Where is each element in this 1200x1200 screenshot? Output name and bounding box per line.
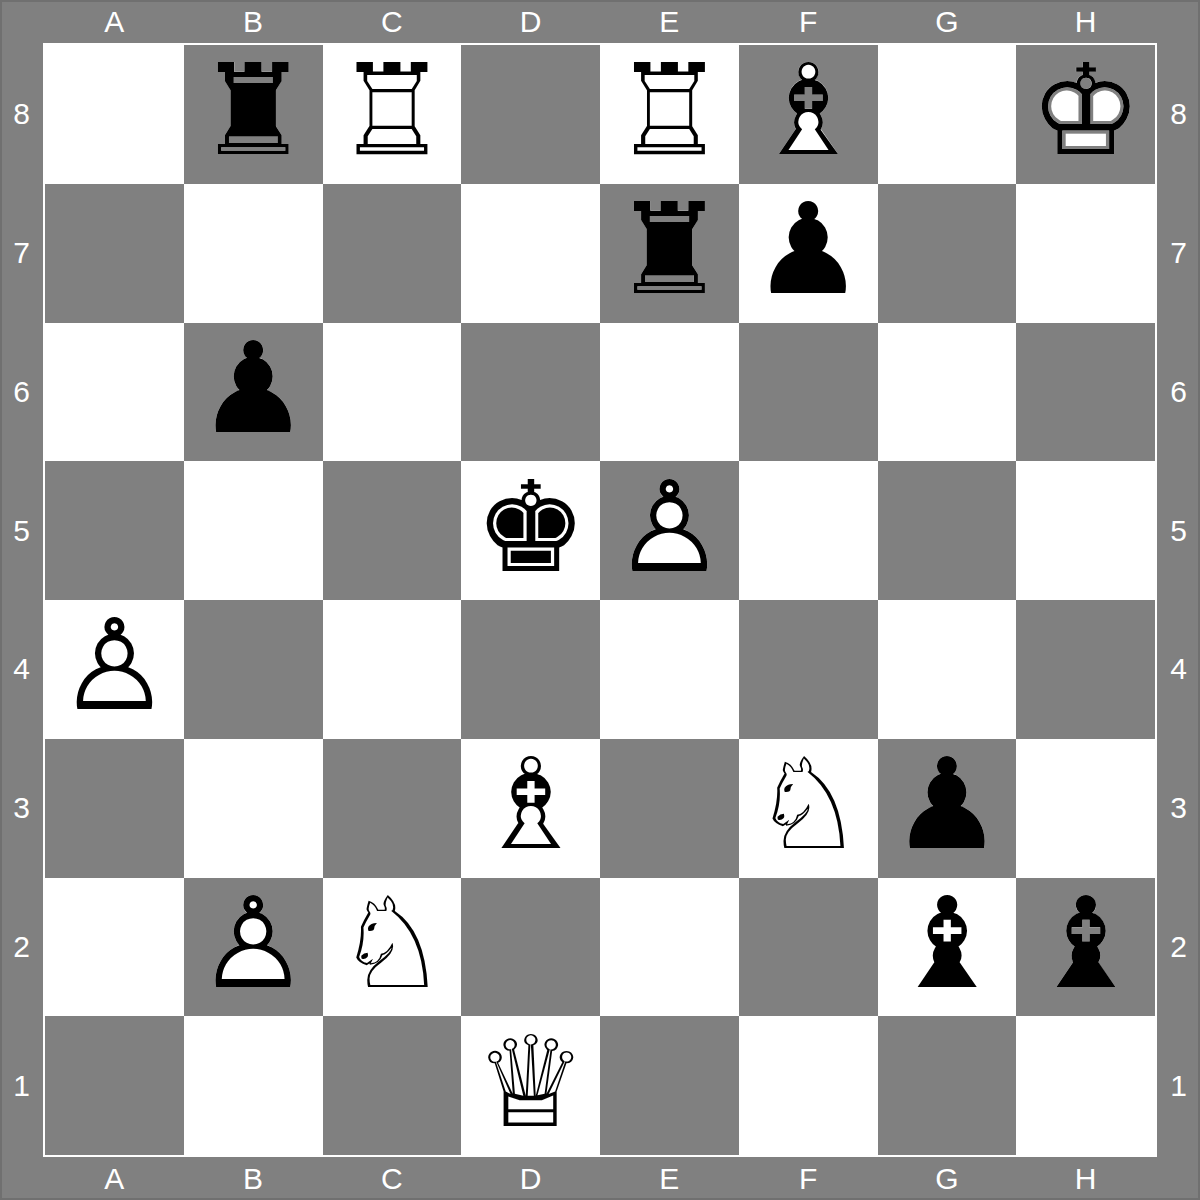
piece-outline-layer: ♖ — [600, 45, 739, 184]
piece-outline-layer: ♔ — [1016, 45, 1155, 184]
square-d8[interactable] — [461, 45, 600, 184]
piece-white-rook[interactable]: ♜♖ — [323, 45, 462, 184]
piece-white-pawn[interactable]: ♟♙ — [45, 600, 184, 739]
square-f7[interactable]: ♙♟ — [739, 184, 878, 323]
rank-labels-right: 87654321 — [1157, 45, 1200, 1155]
piece-white-knight[interactable]: ♞♘ — [323, 878, 462, 1017]
square-e8[interactable]: ♜♖ — [600, 45, 739, 184]
file-label-c: C — [323, 1157, 462, 1200]
square-g3[interactable]: ♙♟ — [878, 739, 1017, 878]
file-label-a: A — [45, 1157, 184, 1200]
piece-black-bishop[interactable]: ♗♝ — [878, 878, 1017, 1017]
square-b1[interactable] — [184, 1016, 323, 1155]
square-a3[interactable] — [45, 739, 184, 878]
square-d2[interactable] — [461, 878, 600, 1017]
square-d4[interactable] — [461, 600, 600, 739]
piece-outline-layer: ♗ — [739, 45, 878, 184]
square-b2[interactable]: ♟♙ — [184, 878, 323, 1017]
rank-label-6: 6 — [0, 323, 43, 462]
rank-label-8: 8 — [0, 45, 43, 184]
square-h7[interactable] — [1016, 184, 1155, 323]
square-c7[interactable] — [323, 184, 462, 323]
piece-outline-layer: ♜ — [600, 184, 739, 323]
square-a2[interactable] — [45, 878, 184, 1017]
square-d1[interactable]: ♛♕ — [461, 1016, 600, 1155]
piece-outline-layer: ♘ — [323, 878, 462, 1017]
piece-outline-layer: ♟ — [878, 739, 1017, 878]
piece-black-pawn[interactable]: ♙♟ — [184, 323, 323, 462]
piece-outline-layer: ♝ — [878, 878, 1017, 1017]
square-f4[interactable] — [739, 600, 878, 739]
file-label-a: A — [45, 0, 184, 43]
square-b3[interactable] — [184, 739, 323, 878]
square-e5[interactable]: ♟♙ — [600, 461, 739, 600]
rank-label-7: 7 — [1157, 184, 1200, 323]
square-e7[interactable]: ♖♜ — [600, 184, 739, 323]
file-label-b: B — [184, 1157, 323, 1200]
chessboard: ♖♜♜♖♜♖♝♗♚♔♖♜♙♟♙♟♔♚♟♙♟♙♝♗♞♘♙♟♟♙♞♘♗♝♗♝♛♕ — [43, 43, 1157, 1157]
piece-black-bishop[interactable]: ♗♝ — [1016, 878, 1155, 1017]
square-c5[interactable] — [323, 461, 462, 600]
square-b5[interactable] — [184, 461, 323, 600]
square-g4[interactable] — [878, 600, 1017, 739]
piece-white-knight[interactable]: ♞♘ — [739, 739, 878, 878]
piece-white-pawn[interactable]: ♟♙ — [184, 878, 323, 1017]
rank-label-2: 2 — [0, 878, 43, 1017]
square-d7[interactable] — [461, 184, 600, 323]
square-a4[interactable]: ♟♙ — [45, 600, 184, 739]
file-label-e: E — [600, 1157, 739, 1200]
piece-outline-layer: ♟ — [184, 323, 323, 462]
rank-label-4: 4 — [1157, 600, 1200, 739]
square-f8[interactable]: ♝♗ — [739, 45, 878, 184]
file-label-d: D — [461, 0, 600, 43]
square-f2[interactable] — [739, 878, 878, 1017]
piece-outline-layer: ♙ — [45, 600, 184, 739]
square-b6[interactable]: ♙♟ — [184, 323, 323, 462]
square-b7[interactable] — [184, 184, 323, 323]
file-label-d: D — [461, 1157, 600, 1200]
rank-label-3: 3 — [1157, 739, 1200, 878]
square-a1[interactable] — [45, 1016, 184, 1155]
square-h6[interactable] — [1016, 323, 1155, 462]
square-h1[interactable] — [1016, 1016, 1155, 1155]
square-f6[interactable] — [739, 323, 878, 462]
piece-white-bishop[interactable]: ♝♗ — [739, 45, 878, 184]
piece-outline-layer: ♙ — [600, 461, 739, 600]
square-d3[interactable]: ♝♗ — [461, 739, 600, 878]
piece-outline-layer: ♝ — [1016, 878, 1155, 1017]
rank-label-1: 1 — [1157, 1016, 1200, 1155]
piece-white-bishop[interactable]: ♝♗ — [461, 739, 600, 878]
piece-outline-layer: ♟ — [739, 184, 878, 323]
square-c2[interactable]: ♞♘ — [323, 878, 462, 1017]
rank-label-7: 7 — [0, 184, 43, 323]
square-h8[interactable]: ♚♔ — [1016, 45, 1155, 184]
file-label-f: F — [739, 1157, 878, 1200]
chess-diagram: ABCDEFGH ABCDEFGH 87654321 87654321 ♖♜♜♖… — [0, 0, 1200, 1200]
piece-outline-layer: ♖ — [323, 45, 462, 184]
piece-white-queen[interactable]: ♛♕ — [461, 1016, 600, 1155]
piece-black-pawn[interactable]: ♙♟ — [878, 739, 1017, 878]
piece-outline-layer: ♚ — [461, 461, 600, 600]
rank-label-1: 1 — [0, 1016, 43, 1155]
square-g6[interactable] — [878, 323, 1017, 462]
square-e4[interactable] — [600, 600, 739, 739]
rank-label-5: 5 — [1157, 461, 1200, 600]
square-a7[interactable] — [45, 184, 184, 323]
square-f5[interactable] — [739, 461, 878, 600]
piece-black-rook[interactable]: ♖♜ — [184, 45, 323, 184]
rank-labels-left: 87654321 — [0, 45, 43, 1155]
rank-label-4: 4 — [0, 600, 43, 739]
piece-outline-layer: ♗ — [461, 739, 600, 878]
piece-black-rook[interactable]: ♖♜ — [600, 184, 739, 323]
piece-white-pawn[interactable]: ♟♙ — [600, 461, 739, 600]
square-g2[interactable]: ♗♝ — [878, 878, 1017, 1017]
piece-white-king[interactable]: ♚♔ — [1016, 45, 1155, 184]
piece-outline-layer: ♘ — [739, 739, 878, 878]
square-d5[interactable]: ♔♚ — [461, 461, 600, 600]
piece-black-king[interactable]: ♔♚ — [461, 461, 600, 600]
file-label-g: G — [878, 0, 1017, 43]
square-c1[interactable] — [323, 1016, 462, 1155]
square-h2[interactable]: ♗♝ — [1016, 878, 1155, 1017]
square-g7[interactable] — [878, 184, 1017, 323]
piece-outline-layer: ♜ — [184, 45, 323, 184]
square-e6[interactable] — [600, 323, 739, 462]
square-e1[interactable] — [600, 1016, 739, 1155]
rank-label-6: 6 — [1157, 323, 1200, 462]
piece-outline-layer: ♕ — [461, 1016, 600, 1155]
square-a5[interactable] — [45, 461, 184, 600]
piece-outline-layer: ♙ — [184, 878, 323, 1017]
square-a8[interactable] — [45, 45, 184, 184]
square-e3[interactable] — [600, 739, 739, 878]
piece-black-pawn[interactable]: ♙♟ — [739, 184, 878, 323]
rank-label-8: 8 — [1157, 45, 1200, 184]
rank-label-2: 2 — [1157, 878, 1200, 1017]
square-h4[interactable] — [1016, 600, 1155, 739]
square-f3[interactable]: ♞♘ — [739, 739, 878, 878]
square-c6[interactable] — [323, 323, 462, 462]
square-a6[interactable] — [45, 323, 184, 462]
square-c3[interactable] — [323, 739, 462, 878]
square-c8[interactable]: ♜♖ — [323, 45, 462, 184]
square-b8[interactable]: ♖♜ — [184, 45, 323, 184]
square-f1[interactable] — [739, 1016, 878, 1155]
piece-white-rook[interactable]: ♜♖ — [600, 45, 739, 184]
square-g5[interactable] — [878, 461, 1017, 600]
square-h3[interactable] — [1016, 739, 1155, 878]
square-b4[interactable] — [184, 600, 323, 739]
file-label-g: G — [878, 1157, 1017, 1200]
square-g1[interactable] — [878, 1016, 1017, 1155]
square-e2[interactable] — [600, 878, 739, 1017]
rank-label-3: 3 — [0, 739, 43, 878]
square-h5[interactable] — [1016, 461, 1155, 600]
file-label-h: H — [1016, 1157, 1155, 1200]
square-c4[interactable] — [323, 600, 462, 739]
square-g8[interactable] — [878, 45, 1017, 184]
square-d6[interactable] — [461, 323, 600, 462]
rank-label-5: 5 — [0, 461, 43, 600]
file-labels-bottom: ABCDEFGH — [45, 1157, 1155, 1200]
